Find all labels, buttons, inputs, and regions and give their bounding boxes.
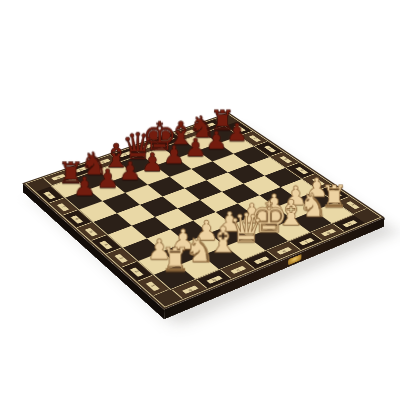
- piece-white-rook[interactable]: ♜: [146, 244, 203, 277]
- photo-background: ♜♞♝♛♚♝♞♜♟♟♟♟♟♟♟♟♟♟♟♟♟♟♟♟♜♞♝♛♚♝♞♜ aa88bb7…: [0, 0, 400, 400]
- piece-black-pawn[interactable]: ♟: [58, 173, 110, 199]
- chess-board: ♜♞♝♛♚♝♞♜♟♟♟♟♟♟♟♟♟♟♟♟♟♟♟♟♜♞♝♛♚♝♞♜ aa88bb7…: [22, 113, 384, 310]
- perspective-wrapper: ♜♞♝♛♚♝♞♜♟♟♟♟♟♟♟♟♟♟♟♟♟♟♟♟♜♞♝♛♚♝♞♜ aa88bb7…: [0, 0, 400, 400]
- coordinate-label: 6: [264, 145, 277, 152]
